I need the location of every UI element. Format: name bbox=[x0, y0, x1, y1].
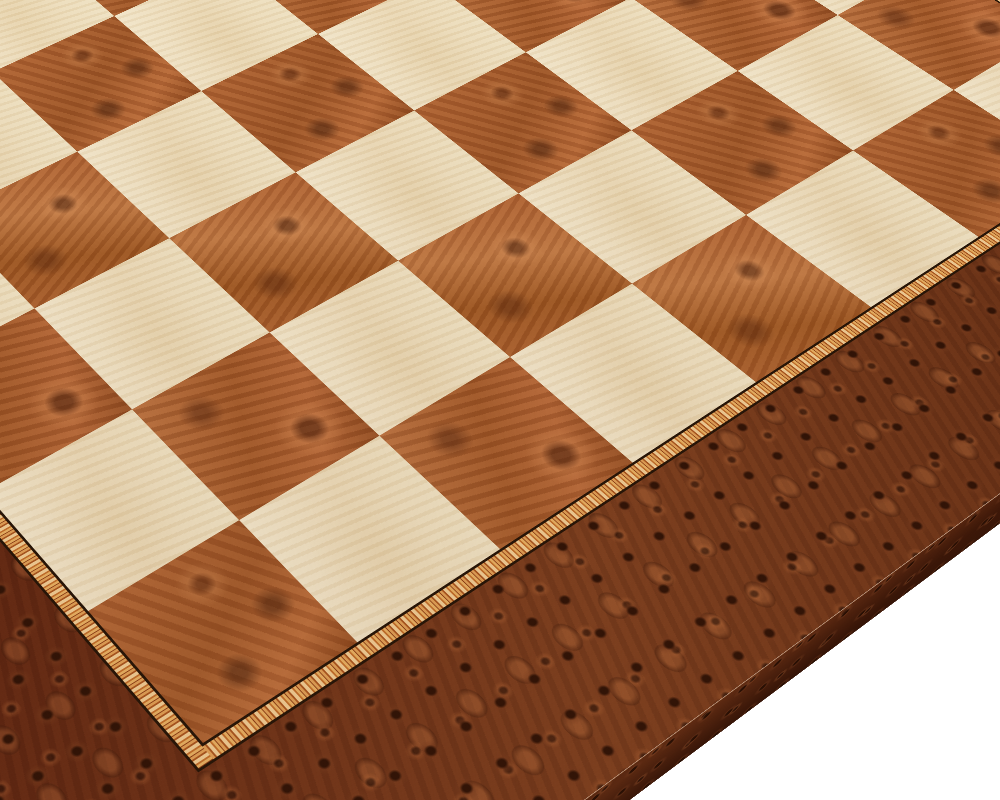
walnut-burl-frame bbox=[0, 0, 1000, 800]
chessboard bbox=[0, 0, 1000, 800]
product-photo-backdrop bbox=[0, 0, 1000, 800]
